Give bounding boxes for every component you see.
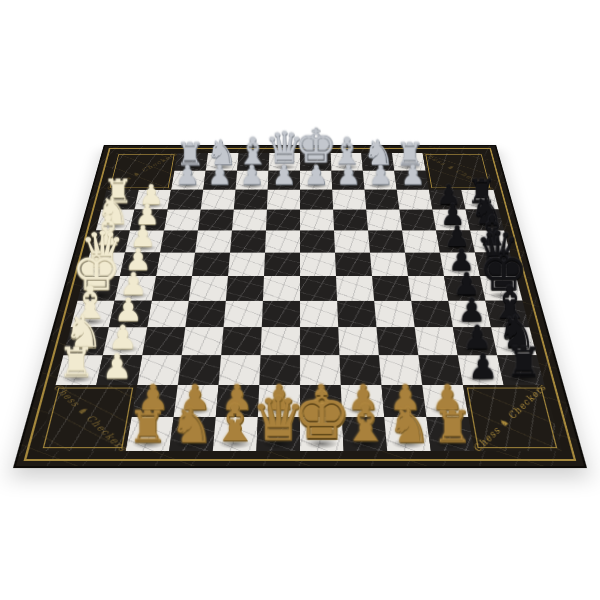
piece-shadow [438,223,466,229]
square-r3-c10: ♟ [432,210,470,231]
square-r5-c11: ♛ [475,253,516,276]
square-r7-c2 [147,301,189,327]
square-r6-c4 [226,276,264,301]
piece-shadow [100,223,128,229]
piece-shadow [209,164,234,170]
square-r10-c3: ♟ [174,385,219,417]
square-r1-c6: ♟ [300,171,332,190]
piece-shadow [179,405,213,415]
square-r6-c6 [300,276,337,301]
square-r5-c0: ♛ [84,253,125,276]
piece-gold-pawn: ♟ [263,380,294,415]
square-r7-c9 [411,301,453,327]
square-r9-c8 [379,355,422,385]
square-r5-c3 [192,253,230,276]
marble-corner-panel: Chess ♞ Checkers [463,385,562,451]
piece-shadow [348,438,382,449]
square-r4-c5 [265,230,300,252]
piece-shadow [451,292,481,300]
piece-shadow [335,183,360,189]
piece-shadow [506,374,540,383]
piece-shadow [272,164,296,170]
piece-shadow [101,374,134,383]
piece-shadow [113,317,144,325]
playing-field: ♜♞♝♛♚♝♞♜♟♟♟♟♟♟♟♟♜♟♟♜♞♟♟♞♝♟♟♝♛♟♟♛♚♟♟♚♝♟♟♝… [38,153,561,451]
piece-shadow [346,405,379,415]
piece-shadow [366,164,391,170]
square-r9-c6 [300,355,341,385]
piece-shadow [303,164,327,170]
square-r4-c0: ♝ [90,230,130,252]
square-r6-c2 [152,276,192,301]
piece-shadow [207,183,233,189]
square-r8-c8 [376,327,418,355]
square-r10-c9: ♟ [422,385,468,417]
square-r1-c7: ♟ [331,171,364,190]
piece-shadow [124,267,153,274]
piece-gold-pawn: ♟ [179,380,210,415]
piece-shadow [472,223,500,229]
square-r6-c5 [263,276,300,301]
four-player-chess-photo: ♜♞♝♛♚♝♞♜♟♟♟♟♟♟♟♟♜♟♟♜♞♟♟♞♝♟♟♝♛♟♟♛♚♟♟♚♝♟♟♝… [0,0,600,600]
square-r7-c11: ♝ [485,301,529,327]
square-r1-c3: ♟ [203,171,237,190]
piece-shadow [367,183,393,189]
piece-shadow [136,405,170,415]
square-r8-c3 [182,327,224,355]
square-r3-c6 [300,210,334,231]
piece-shadow [61,374,95,383]
piece-shadow [466,374,499,383]
piece-black-rook: ♜ [505,343,541,384]
square-r10-c8: ♟ [381,385,426,417]
square-r9-c0: ♜ [56,355,103,385]
piece-shadow [94,244,123,251]
square-r2-c7 [332,190,366,210]
square-r3-c11: ♞ [466,210,505,231]
square-r11-c2: ♜ [126,417,174,451]
square-r3-c4 [232,210,267,231]
square-r8-c7 [338,327,379,355]
square-r0-c8: ♞ [361,153,394,171]
square-r3-c7 [333,210,368,231]
square-r9-c5 [259,355,300,385]
square-r3-c9 [399,210,436,231]
square-r10-c2: ♟ [132,385,178,417]
square-r11-c4: ♝ [213,417,258,451]
piece-shadow [429,405,463,415]
square-r1-c4: ♟ [236,171,269,190]
square-r0-c3: ♞ [206,153,239,171]
square-r4-c6 [300,230,335,252]
piece-gold-pawn: ♟ [347,380,378,415]
square-r5-c5 [264,253,300,276]
piece-cream-rook: ♜ [58,343,94,384]
square-r2-c4 [234,190,268,210]
square-r7-c3 [185,301,226,327]
square-r10-c4: ♟ [216,385,260,417]
square-r3-c0: ♞ [96,210,135,231]
piece-shadow [68,345,101,354]
piece-shadow [108,345,140,354]
square-r9-c11: ♜ [497,355,544,385]
piece-shadow [482,267,512,274]
corner-script-label: Chess ♞ Checkers [451,372,570,466]
square-r9-c10: ♟ [458,355,504,385]
square-r6-c3 [189,276,228,301]
square-r3-c2 [164,210,201,231]
piece-shadow [261,438,295,449]
square-r2-c9 [397,190,433,210]
square-r6-c7 [336,276,374,301]
piece-shadow [305,405,338,415]
square-r8-c9 [415,327,458,355]
piece-shadow [174,438,209,449]
square-r8-c10: ♟ [453,327,497,355]
square-r3-c3 [198,210,234,231]
square-r8-c4 [221,327,262,355]
square-r4-c11: ♝ [470,230,510,252]
square-r4-c9 [402,230,440,252]
piece-shadow [239,183,264,189]
piece-shadow [499,345,532,354]
square-r6-c11: ♚ [480,276,522,301]
square-r3-c5 [266,210,300,231]
piece-shadow [138,202,165,208]
piece-shadow [221,405,254,415]
square-r4-c10: ♟ [436,230,475,252]
square-r4-c3 [195,230,232,252]
piece-shadow [442,244,470,251]
square-r4-c1: ♟ [125,230,164,252]
square-r8-c0: ♞ [63,327,109,355]
square-r9-c2 [137,355,182,385]
chessboard: ♜♞♝♛♚♝♞♜♟♟♟♟♟♟♟♟♜♟♟♜♞♟♟♞♝♟♟♝♛♟♟♛♚♟♟♚♝♟♟♝… [13,145,587,468]
square-r8-c11: ♞ [491,327,537,355]
square-r10-c7: ♟ [341,385,385,417]
square-r1-c8: ♟ [363,171,397,190]
square-r9-c3 [178,355,221,385]
piece-shadow [305,438,339,449]
square-r1-c5: ♟ [268,171,300,190]
square-r2-c5 [267,190,300,210]
square-r11-c6: ♚ [300,417,344,451]
square-r5-c8 [370,253,408,276]
piece-shadow [119,292,149,300]
square-r7-c6 [300,301,338,327]
square-r4-c2 [160,230,198,252]
piece-shadow [129,244,157,251]
piece-shadow [455,317,486,325]
square-r2-c3 [201,190,236,210]
square-r2-c2 [168,190,204,210]
square-r7-c7 [337,301,376,327]
piece-shadow [175,183,201,189]
square-r9-c7 [339,355,381,385]
piece-shadow [218,438,252,449]
square-r3-c1: ♟ [130,210,168,231]
square-r7-c4 [224,301,263,327]
square-r0-c7: ♝ [331,153,363,171]
square-r7-c8 [374,301,415,327]
square-r0-c5: ♛ [269,153,300,171]
piece-shadow [241,164,266,170]
square-r7-c0: ♝ [71,301,115,327]
square-r5-c1: ♟ [120,253,160,276]
piece-shadow [134,223,162,229]
square-r4-c8 [368,230,405,252]
piece-shadow [460,345,492,354]
square-r6-c9 [408,276,448,301]
square-r6-c10: ♟ [444,276,485,301]
marble-corner-panel: Chess ♞ Checkers [423,153,494,190]
piece-shadow [399,183,425,189]
square-r11-c9: ♜ [426,417,474,451]
piece-shadow [304,183,329,189]
piece-shadow [493,317,524,325]
piece-shadow [446,267,475,274]
square-r5-c6 [300,253,336,276]
piece-gold-pawn: ♟ [389,380,420,415]
piece-shadow [88,267,118,274]
square-r5-c10: ♟ [440,253,480,276]
square-r11-c7: ♝ [342,417,387,451]
square-r2-c6 [300,190,333,210]
piece-gold-pawn: ♟ [431,380,462,415]
square-r10-c6: ♟ [300,385,342,417]
piece-shadow [82,292,113,300]
piece-shadow [391,438,426,449]
square-r0-c4: ♝ [237,153,269,171]
square-r5-c2 [156,253,195,276]
square-r11-c5: ♛ [256,417,300,451]
piece-shadow [388,405,422,415]
square-r8-c6 [300,327,339,355]
piece-shadow [468,202,495,208]
piece-shadow [131,438,166,449]
piece-shadow [477,244,506,251]
piece-shadow [105,202,132,208]
square-r6-c1: ♟ [115,276,156,301]
square-r11-c3: ♞ [169,417,216,451]
square-r11-c8: ♞ [384,417,431,451]
piece-gold-pawn: ♟ [221,380,252,415]
square-r7-c5 [262,301,300,327]
square-r3-c8 [366,210,402,231]
square-r7-c10: ♟ [448,301,491,327]
square-r7-c1: ♟ [109,301,152,327]
marble-corner-panel: Chess ♞ Checkers [38,385,137,451]
square-r9-c1: ♟ [96,355,142,385]
square-r5-c9 [405,253,444,276]
corner-script-label: Chess ♞ Checkers [30,372,149,466]
piece-shadow [435,202,462,208]
marble-corner-panel: Chess ♞ Checkers [107,153,178,190]
square-r10-c5: ♟ [258,385,300,417]
piece-gold-pawn: ♟ [305,380,336,415]
piece-gold-pawn: ♟ [137,380,168,415]
square-r9-c9 [418,355,463,385]
square-r6-c8 [372,276,411,301]
square-r8-c2 [142,327,185,355]
square-r8-c5 [261,327,300,355]
square-r4-c4 [230,230,266,252]
square-r9-c4 [219,355,261,385]
square-r6-c0: ♚ [78,276,120,301]
square-r4-c7 [334,230,370,252]
piece-shadow [434,438,469,449]
square-r8-c1: ♟ [103,327,147,355]
piece-shadow [335,164,360,170]
square-r5-c7 [335,253,372,276]
piece-shadow [75,317,106,325]
piece-shadow [487,292,518,300]
piece-shadow [263,405,296,415]
square-r2-c8 [364,190,399,210]
square-r0-c6: ♚ [300,153,331,171]
square-r5-c4 [228,253,265,276]
piece-shadow [271,183,296,189]
